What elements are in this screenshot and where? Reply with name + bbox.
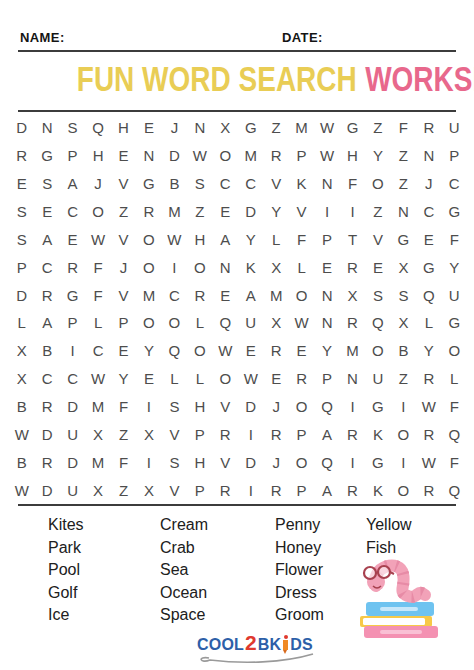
- grid-cell[interactable]: C: [416, 198, 441, 226]
- grid-cell[interactable]: R: [340, 253, 365, 281]
- grid-cell[interactable]: R: [213, 476, 238, 504]
- grid-cell[interactable]: P: [187, 476, 212, 504]
- grid-cell[interactable]: N: [136, 142, 161, 170]
- grid-cell[interactable]: C: [60, 365, 85, 393]
- grid-cell[interactable]: E: [263, 365, 288, 393]
- grid-cell[interactable]: E: [136, 114, 161, 142]
- grid-cell[interactable]: C: [162, 281, 187, 309]
- grid-cell[interactable]: Y: [111, 365, 136, 393]
- grid-cell[interactable]: X: [9, 337, 34, 365]
- word-list-item: Crab: [160, 537, 208, 560]
- word-search-grid: DNSQHEJNXGZMWGZFRURGPHENDWOMRPWHYZNPESAJ…: [9, 114, 467, 504]
- grid-cell[interactable]: I: [60, 337, 85, 365]
- grid-cell[interactable]: A: [34, 225, 59, 253]
- name-label: NAME:: [20, 30, 65, 45]
- grid-cell[interactable]: D: [238, 393, 263, 421]
- grid-cell[interactable]: Q: [416, 281, 441, 309]
- grid-cell[interactable]: Y: [365, 142, 390, 170]
- grid-cell[interactable]: C: [442, 170, 467, 198]
- grid-cell[interactable]: O: [136, 225, 161, 253]
- grid-cell[interactable]: R: [34, 448, 59, 476]
- grid-cell[interactable]: R: [340, 420, 365, 448]
- grid-cell[interactable]: U: [365, 365, 390, 393]
- grid-cell[interactable]: O: [365, 170, 390, 198]
- grid-cell[interactable]: P: [289, 142, 314, 170]
- grid-cell[interactable]: I: [340, 393, 365, 421]
- grid-cell[interactable]: M: [136, 281, 161, 309]
- grid-cell[interactable]: Q: [85, 114, 110, 142]
- grid-cell[interactable]: M: [340, 337, 365, 365]
- grid-cell[interactable]: V: [111, 281, 136, 309]
- grid-cell[interactable]: D: [60, 448, 85, 476]
- grid-cell[interactable]: O: [289, 448, 314, 476]
- grid-cell[interactable]: I: [238, 476, 263, 504]
- word-list-item: Groom: [275, 604, 324, 627]
- grid-cell[interactable]: R: [60, 253, 85, 281]
- grid-cell[interactable]: C: [85, 337, 110, 365]
- grid-cell[interactable]: O: [213, 365, 238, 393]
- grid-cell[interactable]: D: [238, 448, 263, 476]
- grid-cell[interactable]: N: [34, 114, 59, 142]
- grid-cell[interactable]: V: [213, 393, 238, 421]
- grid-cell[interactable]: W: [85, 225, 110, 253]
- grid-cell[interactable]: V: [289, 198, 314, 226]
- grid-cell[interactable]: Q: [314, 448, 339, 476]
- grid-cell[interactable]: I: [391, 448, 416, 476]
- grid-cell[interactable]: G: [391, 225, 416, 253]
- grid-cell[interactable]: M: [289, 114, 314, 142]
- grid-cell[interactable]: V: [162, 476, 187, 504]
- grid-cell[interactable]: S: [34, 170, 59, 198]
- grid-cell[interactable]: F: [442, 225, 467, 253]
- grid-cell[interactable]: X: [340, 281, 365, 309]
- grid-cell[interactable]: H: [340, 142, 365, 170]
- grid-cell[interactable]: Q: [314, 393, 339, 421]
- grid-cell[interactable]: N: [213, 253, 238, 281]
- header: NAME: DATE:: [18, 0, 456, 52]
- grid-cell[interactable]: D: [162, 142, 187, 170]
- grid-cell[interactable]: S: [9, 198, 34, 226]
- grid-cell[interactable]: Y: [442, 253, 467, 281]
- worm: [364, 565, 425, 596]
- grid-cell[interactable]: R: [340, 309, 365, 337]
- grid-cell[interactable]: C: [60, 198, 85, 226]
- word-list-item: Space: [160, 604, 208, 627]
- grid-cell[interactable]: N: [340, 365, 365, 393]
- grid-cell[interactable]: R: [263, 337, 288, 365]
- book-stack: [360, 602, 438, 638]
- grid-cell[interactable]: N: [314, 309, 339, 337]
- grid-cell[interactable]: V: [111, 170, 136, 198]
- grid-cell[interactable]: X: [391, 309, 416, 337]
- grid-cell[interactable]: O: [289, 393, 314, 421]
- grid-cell[interactable]: J: [263, 393, 288, 421]
- grid-cell[interactable]: N: [416, 142, 441, 170]
- grid-cell[interactable]: V: [263, 170, 288, 198]
- grid-cell[interactable]: Z: [391, 142, 416, 170]
- grid-cell[interactable]: M: [238, 142, 263, 170]
- grid-cell[interactable]: R: [263, 420, 288, 448]
- grid-cell[interactable]: W: [314, 114, 339, 142]
- grid-cell[interactable]: L: [263, 225, 288, 253]
- grid-cell[interactable]: G: [416, 253, 441, 281]
- grid-cell[interactable]: S: [60, 114, 85, 142]
- grid-cell[interactable]: G: [238, 114, 263, 142]
- grid-cell[interactable]: U: [238, 309, 263, 337]
- grid-cell[interactable]: Z: [111, 420, 136, 448]
- grid-cell[interactable]: W: [213, 337, 238, 365]
- grid-cell[interactable]: L: [187, 309, 212, 337]
- grid-cell[interactable]: B: [34, 337, 59, 365]
- grid-cell[interactable]: P: [314, 365, 339, 393]
- grid-cell[interactable]: G: [34, 142, 59, 170]
- grid-cell[interactable]: Y: [263, 198, 288, 226]
- grid-cell[interactable]: D: [34, 420, 59, 448]
- grid-cell[interactable]: D: [9, 114, 34, 142]
- grid-cell[interactable]: J: [416, 170, 441, 198]
- grid-cell[interactable]: R: [263, 476, 288, 504]
- grid-cell[interactable]: W: [85, 365, 110, 393]
- grid-cell[interactable]: Y: [238, 225, 263, 253]
- grid-cell[interactable]: C: [238, 170, 263, 198]
- grid-cell[interactable]: E: [111, 337, 136, 365]
- grid-cell[interactable]: P: [289, 420, 314, 448]
- word-list-item: Honey: [275, 537, 324, 560]
- word-list-item: Ice: [48, 604, 84, 627]
- logo-swoosh: [195, 652, 315, 665]
- grid-cell[interactable]: G: [60, 281, 85, 309]
- grid-cell[interactable]: L: [9, 309, 34, 337]
- grid-cell[interactable]: K: [238, 253, 263, 281]
- grid-cell[interactable]: U: [60, 476, 85, 504]
- grid-cell[interactable]: Z: [391, 170, 416, 198]
- grid-cell[interactable]: X: [136, 476, 161, 504]
- grid-cell[interactable]: D: [34, 476, 59, 504]
- grid-cell[interactable]: R: [340, 476, 365, 504]
- grid-cell[interactable]: O: [136, 309, 161, 337]
- grid-cell[interactable]: Z: [187, 198, 212, 226]
- word-list-item: Yellow: [366, 514, 412, 537]
- title-worksheet: WORKSHEET: [365, 59, 474, 98]
- grid-cell[interactable]: S: [365, 281, 390, 309]
- grid-cell[interactable]: Z: [365, 198, 390, 226]
- grid-cell[interactable]: I: [238, 420, 263, 448]
- grid-cell[interactable]: J: [162, 114, 187, 142]
- word-list-item: Golf: [48, 582, 84, 605]
- grid-cell[interactable]: W: [416, 393, 441, 421]
- grid-cell[interactable]: M: [162, 198, 187, 226]
- grid-cell[interactable]: O: [391, 420, 416, 448]
- word-list-item: Cream: [160, 514, 208, 537]
- bookworm-illustration: [356, 556, 444, 638]
- grid-cell[interactable]: F: [340, 170, 365, 198]
- title-block: FUN WORD SEARCH WORKSHEET: [18, 52, 456, 112]
- grid-cell[interactable]: Z: [391, 365, 416, 393]
- grid-cell[interactable]: X: [391, 253, 416, 281]
- grid-cell[interactable]: A: [60, 170, 85, 198]
- grid-cell[interactable]: R: [416, 114, 441, 142]
- word-column-1: KitesParkPoolGolfIce: [48, 514, 84, 627]
- grid-cell[interactable]: I: [314, 198, 339, 226]
- grid-cell[interactable]: N: [314, 281, 339, 309]
- grid-cell[interactable]: F: [85, 253, 110, 281]
- grid-cell[interactable]: B: [9, 448, 34, 476]
- grid-bottom-rule: [18, 504, 456, 506]
- grid-cell[interactable]: Y: [314, 337, 339, 365]
- grid-cell[interactable]: S: [162, 448, 187, 476]
- grid-cell[interactable]: E: [289, 337, 314, 365]
- grid-cell[interactable]: J: [111, 253, 136, 281]
- grid-cell[interactable]: U: [60, 420, 85, 448]
- grid-cell[interactable]: V: [111, 225, 136, 253]
- grid-cell[interactable]: E: [9, 170, 34, 198]
- page-title: FUN WORD SEARCH WORKSHEET: [77, 59, 474, 99]
- grid-cell[interactable]: D: [238, 198, 263, 226]
- grid-cell[interactable]: Z: [365, 114, 390, 142]
- grid-cell[interactable]: P: [9, 253, 34, 281]
- grid-cell[interactable]: W: [238, 365, 263, 393]
- word-column-3: PennyHoneyFlowerDressGroom: [275, 514, 324, 627]
- grid-cell[interactable]: E: [111, 142, 136, 170]
- grid-cell[interactable]: C: [34, 253, 59, 281]
- grid-cell[interactable]: S: [391, 281, 416, 309]
- grid-cell[interactable]: B: [162, 170, 187, 198]
- grid-cell[interactable]: P: [442, 142, 467, 170]
- grid-cell[interactable]: E: [314, 253, 339, 281]
- grid-cell[interactable]: X: [213, 114, 238, 142]
- grid-cell[interactable]: I: [340, 448, 365, 476]
- grid-cell[interactable]: O: [442, 337, 467, 365]
- worksheet-page: NAME: DATE: FUN WORD SEARCH WORKSHEET DN…: [0, 0, 474, 670]
- grid-cell[interactable]: H: [85, 142, 110, 170]
- grid-cell[interactable]: L: [85, 309, 110, 337]
- grid-cell[interactable]: Q: [162, 337, 187, 365]
- grid-cell[interactable]: X: [263, 309, 288, 337]
- grid-cell[interactable]: G: [442, 198, 467, 226]
- word-column-2: CreamCrabSeaOceanSpace: [160, 514, 208, 627]
- grid-cell[interactable]: K: [365, 476, 390, 504]
- grid-cell[interactable]: F: [111, 448, 136, 476]
- grid-cell[interactable]: F: [289, 225, 314, 253]
- grid-cell[interactable]: R: [34, 281, 59, 309]
- grid-cell[interactable]: W: [9, 476, 34, 504]
- grid-cell[interactable]: R: [289, 365, 314, 393]
- grid-cell[interactable]: P: [289, 476, 314, 504]
- grid-cell[interactable]: F: [442, 393, 467, 421]
- grid-cell[interactable]: B: [9, 393, 34, 421]
- grid-cell[interactable]: O: [187, 337, 212, 365]
- grid-cell[interactable]: Q: [442, 420, 467, 448]
- word-list-item: Penny: [275, 514, 324, 537]
- grid-cell[interactable]: P: [111, 309, 136, 337]
- grid-cell[interactable]: F: [391, 114, 416, 142]
- grid-cell[interactable]: I: [391, 393, 416, 421]
- grid-cell[interactable]: W: [162, 225, 187, 253]
- grid-cell[interactable]: N: [187, 114, 212, 142]
- grid-cell[interactable]: K: [289, 170, 314, 198]
- grid-cell[interactable]: R: [187, 281, 212, 309]
- grid-cell[interactable]: R: [9, 142, 34, 170]
- grid-cell[interactable]: O: [136, 253, 161, 281]
- grid-cell[interactable]: W: [289, 309, 314, 337]
- grid-cell[interactable]: R: [34, 393, 59, 421]
- grid-cell[interactable]: J: [85, 170, 110, 198]
- grid-cell[interactable]: S: [162, 393, 187, 421]
- grid-cell[interactable]: C: [34, 365, 59, 393]
- grid-cell[interactable]: X: [85, 420, 110, 448]
- grid-cell[interactable]: X: [263, 253, 288, 281]
- grid-cell[interactable]: L: [289, 253, 314, 281]
- grid-cell[interactable]: Q: [442, 476, 467, 504]
- grid-cell[interactable]: E: [213, 198, 238, 226]
- grid-cell[interactable]: P: [187, 420, 212, 448]
- grid-cell[interactable]: P: [60, 142, 85, 170]
- grid-cell[interactable]: O: [213, 142, 238, 170]
- grid-cell[interactable]: X: [85, 476, 110, 504]
- grid-cell[interactable]: F: [442, 448, 467, 476]
- grid-cell[interactable]: O: [162, 309, 187, 337]
- grid-cell[interactable]: A: [238, 281, 263, 309]
- grid-cell[interactable]: D: [9, 281, 34, 309]
- grid-cell[interactable]: E: [60, 225, 85, 253]
- grid-cell[interactable]: R: [263, 142, 288, 170]
- grid-cell[interactable]: H: [187, 448, 212, 476]
- grid-cell[interactable]: L: [187, 365, 212, 393]
- grid-cell[interactable]: B: [391, 337, 416, 365]
- grid-cell[interactable]: F: [111, 393, 136, 421]
- grid-cell[interactable]: E: [416, 225, 441, 253]
- grid-cell[interactable]: Z: [111, 198, 136, 226]
- grid-cell[interactable]: A: [213, 225, 238, 253]
- grid-cell[interactable]: N: [314, 170, 339, 198]
- grid-cell[interactable]: T: [340, 225, 365, 253]
- grid-cell[interactable]: M: [263, 281, 288, 309]
- grid-cell[interactable]: E: [213, 281, 238, 309]
- word-list-item: Sea: [160, 559, 208, 582]
- word-list-item: Ocean: [160, 582, 208, 605]
- grid-cell[interactable]: O: [187, 253, 212, 281]
- grid-cell[interactable]: G: [340, 114, 365, 142]
- grid-cell[interactable]: A: [34, 309, 59, 337]
- grid-cell[interactable]: V: [365, 225, 390, 253]
- pencil-icon: [283, 640, 288, 650]
- grid-cell[interactable]: R: [416, 476, 441, 504]
- word-list-item: Pool: [48, 559, 84, 582]
- grid-cell[interactable]: U: [442, 281, 467, 309]
- grid-cell[interactable]: G: [365, 448, 390, 476]
- grid-cell[interactable]: H: [111, 114, 136, 142]
- cool2bkids-logo: COOL 2 BK DS: [195, 631, 315, 665]
- grid-cell[interactable]: G: [442, 309, 467, 337]
- grid-cell[interactable]: E: [34, 198, 59, 226]
- word-list-item: Park: [48, 537, 84, 560]
- grid-cell[interactable]: Q: [365, 309, 390, 337]
- word-list-item: Flower: [275, 559, 324, 582]
- grid-cell[interactable]: Z: [111, 476, 136, 504]
- grid-cell[interactable]: I: [136, 393, 161, 421]
- grid-cell[interactable]: L: [442, 365, 467, 393]
- grid-cell[interactable]: H: [187, 225, 212, 253]
- word-column-4: YellowFish: [366, 514, 412, 559]
- grid-cell[interactable]: W: [416, 448, 441, 476]
- word-list-item: Dress: [275, 582, 324, 605]
- grid-cell[interactable]: M: [85, 448, 110, 476]
- grid-cell[interactable]: C: [213, 170, 238, 198]
- grid-cell[interactable]: P: [314, 225, 339, 253]
- grid-cell[interactable]: D: [60, 393, 85, 421]
- grid-cell[interactable]: X: [136, 420, 161, 448]
- grid-cell[interactable]: O: [391, 476, 416, 504]
- grid-cell[interactable]: R: [416, 420, 441, 448]
- grid-cell[interactable]: I: [340, 198, 365, 226]
- grid-cell[interactable]: A: [314, 476, 339, 504]
- grid-cell[interactable]: Y: [416, 337, 441, 365]
- grid-cell[interactable]: R: [416, 365, 441, 393]
- grid-cell[interactable]: R: [213, 420, 238, 448]
- grid-cell[interactable]: O: [289, 281, 314, 309]
- grid-cell[interactable]: I: [162, 253, 187, 281]
- word-list-item: Kites: [48, 514, 84, 537]
- grid-cell[interactable]: P: [60, 309, 85, 337]
- grid-cell[interactable]: G: [136, 170, 161, 198]
- grid-cell[interactable]: E: [136, 365, 161, 393]
- grid-cell[interactable]: W: [314, 142, 339, 170]
- title-fun-word-search: FUN WORD SEARCH: [77, 59, 357, 98]
- grid-cell[interactable]: V: [162, 420, 187, 448]
- grid-cell[interactable]: W: [9, 420, 34, 448]
- grid-cell[interactable]: J: [263, 448, 288, 476]
- grid-cell[interactable]: W: [187, 142, 212, 170]
- grid-cell[interactable]: S: [187, 170, 212, 198]
- grid-cell[interactable]: L: [416, 309, 441, 337]
- grid-cell[interactable]: F: [85, 281, 110, 309]
- grid-cell[interactable]: I: [136, 448, 161, 476]
- grid-cell[interactable]: S: [9, 225, 34, 253]
- grid-cell[interactable]: E: [238, 337, 263, 365]
- grid-cell[interactable]: O: [85, 198, 110, 226]
- grid-cell[interactable]: Q: [213, 309, 238, 337]
- grid-cell[interactable]: E: [365, 253, 390, 281]
- grid-cell[interactable]: G: [365, 393, 390, 421]
- grid-cell[interactable]: K: [365, 420, 390, 448]
- grid-cell[interactable]: Y: [136, 337, 161, 365]
- grid-cell[interactable]: U: [442, 114, 467, 142]
- grid-cell[interactable]: O: [365, 337, 390, 365]
- grid-cell[interactable]: V: [213, 448, 238, 476]
- grid-cell[interactable]: R: [136, 198, 161, 226]
- date-label: DATE:: [282, 30, 323, 45]
- grid-cell[interactable]: N: [391, 198, 416, 226]
- grid-cell[interactable]: X: [9, 365, 34, 393]
- grid-cell[interactable]: M: [85, 393, 110, 421]
- grid-cell[interactable]: Z: [263, 114, 288, 142]
- grid-cell[interactable]: A: [314, 420, 339, 448]
- grid-cell[interactable]: L: [162, 365, 187, 393]
- grid-cell[interactable]: H: [187, 393, 212, 421]
